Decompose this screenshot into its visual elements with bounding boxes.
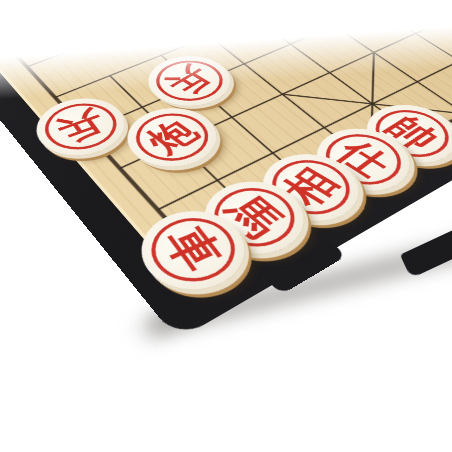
xiangqi-product-photo: 兵兵炮帥仕相馬車	[0, 0, 452, 452]
rim-foot-right	[400, 224, 452, 279]
